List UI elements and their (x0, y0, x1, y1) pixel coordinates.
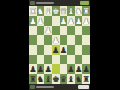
piece-bN-b8[interactable]: ♞ (75, 75, 82, 83)
player-bar (29, 84, 90, 90)
player-name (36, 86, 54, 89)
piece-bB-c8[interactable]: ♝ (67, 75, 74, 83)
square-g4[interactable] (37, 35, 45, 45)
square-c5[interactable] (67, 45, 75, 55)
square-g5[interactable] (37, 45, 45, 55)
piece-wP-b2[interactable]: ♟ (75, 16, 82, 24)
square-h2[interactable]: ♟ (29, 16, 37, 26)
game-viewport: ♜♞♝♚♛♝♞♜♟♟♟♟♟♟♟♟♟♟♟♟♟♟♟♟♜♞♝♚♛♝♞♜ (29, 0, 90, 90)
square-h8[interactable]: ♜ (29, 74, 37, 84)
square-h7[interactable]: ♟ (29, 64, 37, 74)
square-g1[interactable]: ♞ (37, 6, 45, 16)
square-b3[interactable] (75, 26, 83, 36)
piece-wP-c2[interactable]: ♟ (67, 16, 74, 24)
square-d2[interactable]: ♟ (60, 16, 68, 26)
piece-wB-c1[interactable]: ♝ (67, 7, 74, 15)
square-c7[interactable]: ♟ (67, 64, 75, 74)
square-d4[interactable] (60, 35, 68, 45)
square-e1[interactable]: ♚ (52, 6, 60, 16)
square-a3[interactable] (82, 26, 90, 36)
square-h3[interactable] (29, 26, 37, 36)
square-h6[interactable] (29, 55, 37, 65)
player-avatar[interactable] (30, 85, 35, 90)
square-e8[interactable]: ♚ (52, 74, 60, 84)
square-b4[interactable] (75, 35, 83, 45)
square-d3[interactable] (60, 26, 68, 36)
piece-bP-c7[interactable]: ♟ (67, 65, 74, 73)
piece-wP-h2[interactable]: ♟ (29, 16, 36, 24)
square-a2[interactable]: ♟ (82, 16, 90, 26)
square-h4[interactable] (29, 35, 37, 45)
square-b6[interactable] (75, 55, 83, 65)
piece-wP-e4[interactable]: ♟ (52, 36, 59, 44)
piece-bP-b7[interactable]: ♟ (75, 65, 82, 73)
square-d7[interactable] (60, 64, 68, 74)
piece-wP-a2[interactable]: ♟ (83, 16, 90, 24)
square-f6[interactable] (44, 55, 52, 65)
square-g3[interactable] (37, 26, 45, 36)
square-f2[interactable] (44, 16, 52, 26)
square-c2[interactable]: ♟ (67, 16, 75, 26)
opponent-clock (80, 1, 89, 5)
opponent-avatar[interactable] (30, 1, 35, 6)
square-a5[interactable] (82, 45, 90, 55)
square-a4[interactable] (82, 35, 90, 45)
piece-bP-e5[interactable]: ♟ (52, 45, 59, 53)
piece-wK-e1[interactable]: ♚ (52, 7, 59, 15)
piece-bP-d5[interactable]: ♟ (60, 45, 67, 53)
square-g8[interactable]: ♞ (37, 74, 45, 84)
piece-wP-f3[interactable]: ♟ (44, 26, 51, 34)
piece-bP-g7[interactable]: ♟ (37, 65, 44, 73)
square-d5[interactable]: ♟ (60, 45, 68, 55)
square-f8[interactable]: ♝ (44, 74, 52, 84)
square-a1[interactable]: ♜ (82, 6, 90, 16)
square-b8[interactable]: ♞ (75, 74, 83, 84)
square-g6[interactable] (37, 55, 45, 65)
letterbox-left (0, 0, 29, 90)
piece-bP-f7[interactable]: ♟ (44, 65, 51, 73)
piece-bR-h8[interactable]: ♜ (29, 75, 36, 83)
square-e5[interactable]: ♟ (52, 45, 60, 55)
piece-bB-f8[interactable]: ♝ (44, 75, 51, 83)
square-f5[interactable] (44, 45, 52, 55)
square-a6[interactable] (82, 55, 90, 65)
piece-bR-a8[interactable]: ♜ (83, 75, 90, 83)
piece-wB-f1[interactable]: ♝ (44, 7, 51, 15)
square-e2[interactable] (52, 16, 60, 26)
square-c8[interactable]: ♝ (67, 74, 75, 84)
square-e7[interactable] (52, 64, 60, 74)
opponent-name (36, 2, 54, 5)
square-f3[interactable]: ♟ (44, 26, 52, 36)
square-e4[interactable]: ♟ (52, 35, 60, 45)
square-c6[interactable] (67, 55, 75, 65)
letterbox-right (90, 0, 120, 90)
player-clock (78, 85, 89, 89)
square-f7[interactable]: ♟ (44, 64, 52, 74)
square-b2[interactable]: ♟ (75, 16, 83, 26)
piece-wN-g1[interactable]: ♞ (37, 7, 44, 15)
piece-bK-e8[interactable]: ♚ (52, 75, 59, 83)
piece-wR-a1[interactable]: ♜ (83, 7, 90, 15)
chess-board[interactable]: ♜♞♝♚♛♝♞♜♟♟♟♟♟♟♟♟♟♟♟♟♟♟♟♟♜♞♝♚♛♝♞♜ (29, 6, 90, 84)
square-g7[interactable]: ♟ (37, 64, 45, 74)
piece-wR-h1[interactable]: ♜ (29, 7, 36, 15)
piece-bP-a7[interactable]: ♟ (83, 65, 90, 73)
square-f4[interactable] (44, 35, 52, 45)
square-f1[interactable]: ♝ (44, 6, 52, 16)
square-b1[interactable]: ♞ (75, 6, 83, 16)
square-e3[interactable] (52, 26, 60, 36)
square-e6[interactable] (52, 55, 60, 65)
square-d6[interactable] (60, 55, 68, 65)
square-a7[interactable]: ♟ (82, 64, 90, 74)
piece-wP-g2[interactable]: ♟ (37, 16, 44, 24)
square-b5[interactable] (75, 45, 83, 55)
piece-wQ-d1[interactable]: ♛ (60, 7, 67, 15)
square-h1[interactable]: ♜ (29, 6, 37, 16)
square-h5[interactable] (29, 45, 37, 55)
piece-bP-h7[interactable]: ♟ (29, 65, 36, 73)
square-b7[interactable]: ♟ (75, 64, 83, 74)
piece-bN-g8[interactable]: ♞ (37, 75, 44, 83)
square-c1[interactable]: ♝ (67, 6, 75, 16)
piece-bQ-d8[interactable]: ♛ (60, 75, 67, 83)
piece-wP-d2[interactable]: ♟ (60, 16, 67, 24)
square-c3[interactable] (67, 26, 75, 36)
square-c4[interactable] (67, 35, 75, 45)
piece-wN-b1[interactable]: ♞ (75, 7, 82, 15)
square-d1[interactable]: ♛ (60, 6, 68, 16)
square-d8[interactable]: ♛ (60, 74, 68, 84)
square-g2[interactable]: ♟ (37, 16, 45, 26)
square-a8[interactable]: ♜ (82, 74, 90, 84)
